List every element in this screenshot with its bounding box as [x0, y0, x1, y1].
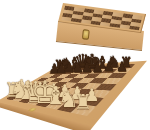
box-clasp-icon: [82, 29, 90, 40]
board-plane: [6, 64, 135, 116]
lid-square: [129, 25, 140, 30]
chess-set-photo: ♜♞♝♛♚♝♞♜♟♟♟♟♟♟♟♟♟♟♟♟♟♟♟♟♜♞♝♛♚♝♞♜: [0, 0, 150, 130]
